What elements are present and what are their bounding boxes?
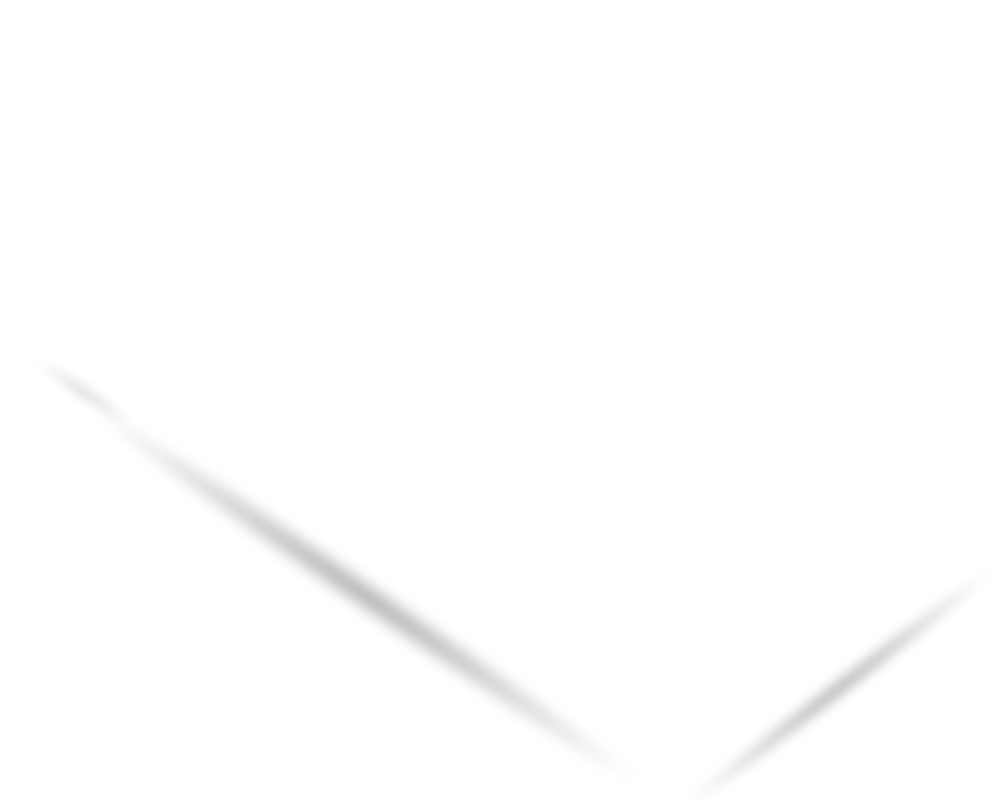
board-square: [545, 216, 675, 350]
board-square: [97, 315, 191, 430]
board-square: [375, 369, 493, 503]
board-square: [471, 183, 593, 311]
board-square: [249, 297, 355, 420]
board-square: [521, 452, 655, 600]
board-square: [356, 242, 470, 367]
board-square: [469, 551, 600, 703]
board-square: [279, 96, 383, 208]
walnut-frame-left: [76, 26, 282, 395]
board-square: [205, 383, 309, 508]
board-fold-edge: [74, 380, 672, 794]
felt-leaf-shadow: [680, 564, 996, 800]
board-square: [624, 252, 762, 393]
board-square: [223, 71, 321, 179]
board-square: [310, 331, 422, 459]
chessboard-grid: [97, 71, 857, 761]
board-square: [396, 504, 520, 648]
walnut-frame-top: [240, 26, 925, 351]
board-square: [495, 313, 623, 450]
folded-leaf-felt-underside: [78, 216, 977, 792]
left-corner-shadow: [31, 353, 139, 433]
inlay-cream-inner-line: [91, 57, 877, 769]
board-square: [423, 276, 543, 407]
board-square: [602, 498, 745, 654]
board-square: [149, 348, 248, 468]
board-square: [236, 180, 338, 295]
board-square: [572, 352, 708, 496]
board-square: [656, 395, 801, 547]
board-square: [294, 210, 401, 330]
inlay-cream-outer-line: [87, 49, 889, 773]
walnut-frame-right: [633, 286, 925, 788]
board-square: [139, 233, 234, 346]
board-square: [192, 264, 292, 382]
product-photo-stage: [0, 0, 1000, 800]
chessboard-playing-surface: [76, 26, 925, 788]
board-square: [181, 152, 278, 263]
board-square: [339, 123, 448, 240]
board-square: [445, 409, 571, 550]
board-square: [710, 291, 857, 439]
board-square: [403, 152, 518, 274]
board-square: [264, 421, 374, 552]
board-square: [328, 461, 444, 598]
board-ground-shadow: [88, 398, 644, 793]
board-square: [548, 601, 688, 761]
inlay-black-line: [88, 52, 885, 773]
